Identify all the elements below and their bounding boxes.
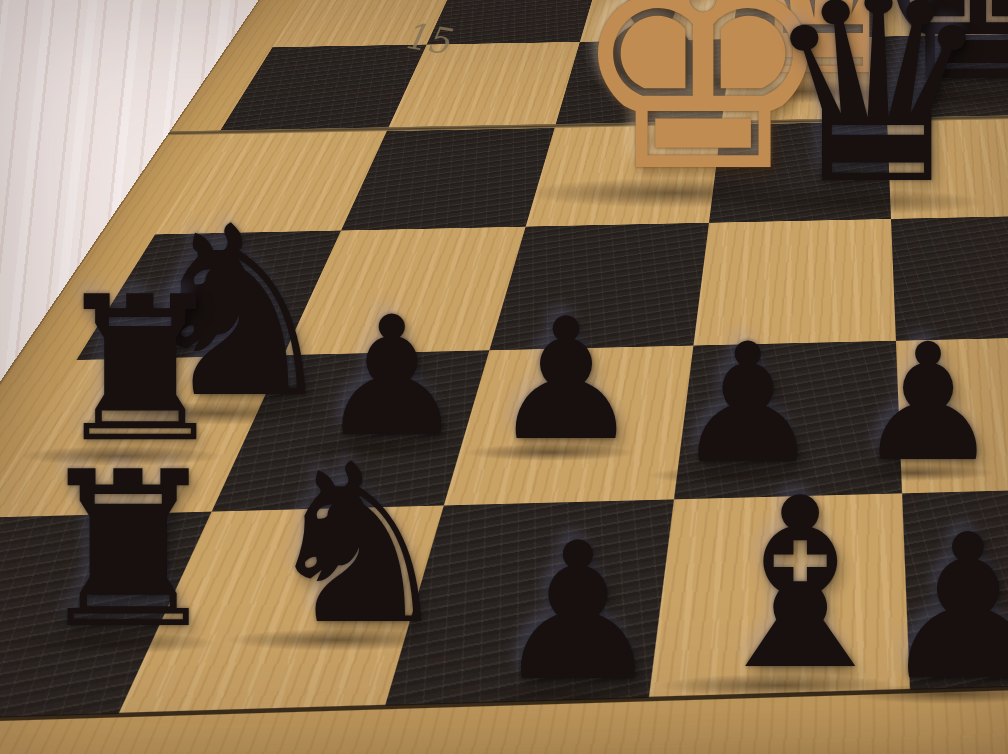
piece-black-bishop-d1[interactable]: ♝: [695, 467, 906, 702]
piece-black-pawn-e1[interactable]: ♟: [878, 508, 1008, 708]
pencil-mark: 15: [401, 15, 453, 63]
piece-black-pawn-c1[interactable]: ♟: [493, 518, 663, 708]
piece-black-knight-b1[interactable]: ♞: [259, 435, 456, 655]
piece-black-queen-e4[interactable]: ♛: [761, 0, 994, 220]
photo-scene: 15 ♜♞♟♝♟♜♟♟♟♟♞♚♛♟♛♚: [0, 0, 1008, 754]
piece-black-rook-a1[interactable]: ♜: [32, 443, 225, 658]
piece-black-pawn-d2[interactable]: ♟: [491, 296, 642, 464]
